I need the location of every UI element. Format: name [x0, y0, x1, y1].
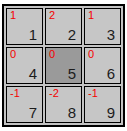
cell-r2c3: 0 6 — [84, 47, 121, 84]
cell-number: 5 — [68, 66, 76, 81]
cell-number: 7 — [29, 105, 37, 120]
cell-number: 2 — [68, 27, 76, 42]
corner-value: 0 — [88, 49, 94, 60]
corner-value: -1 — [10, 88, 20, 99]
corner-value: -2 — [49, 88, 59, 99]
cell-r3c3: -1 9 — [84, 86, 121, 123]
puzzle-grid: 1 1 2 2 1 3 0 4 0 5 0 6 -1 7 -2 8 — [6, 8, 121, 123]
cell-number: 3 — [107, 27, 115, 42]
cell-number: 8 — [68, 105, 76, 120]
cell-number: 4 — [29, 66, 37, 81]
corner-value: 1 — [10, 10, 16, 21]
cell-r2c1: 0 4 — [6, 47, 43, 84]
cell-r1c3: 1 3 — [84, 8, 121, 45]
corner-value: -1 — [88, 88, 98, 99]
corner-value: 1 — [88, 10, 94, 21]
cell-r2c2-highlighted: 0 5 — [45, 47, 82, 84]
cell-r3c2: -2 8 — [45, 86, 82, 123]
corner-value: 0 — [49, 49, 55, 60]
cell-r3c1: -1 7 — [6, 86, 43, 123]
cell-number: 1 — [29, 27, 37, 42]
cell-number: 9 — [107, 105, 115, 120]
corner-value: 0 — [10, 49, 16, 60]
board-frame: 1 1 2 2 1 3 0 4 0 5 0 6 -1 7 -2 8 — [2, 4, 125, 127]
cell-r1c1: 1 1 — [6, 8, 43, 45]
corner-value: 2 — [49, 10, 55, 21]
cell-r1c2: 2 2 — [45, 8, 82, 45]
cell-number: 6 — [107, 66, 115, 81]
